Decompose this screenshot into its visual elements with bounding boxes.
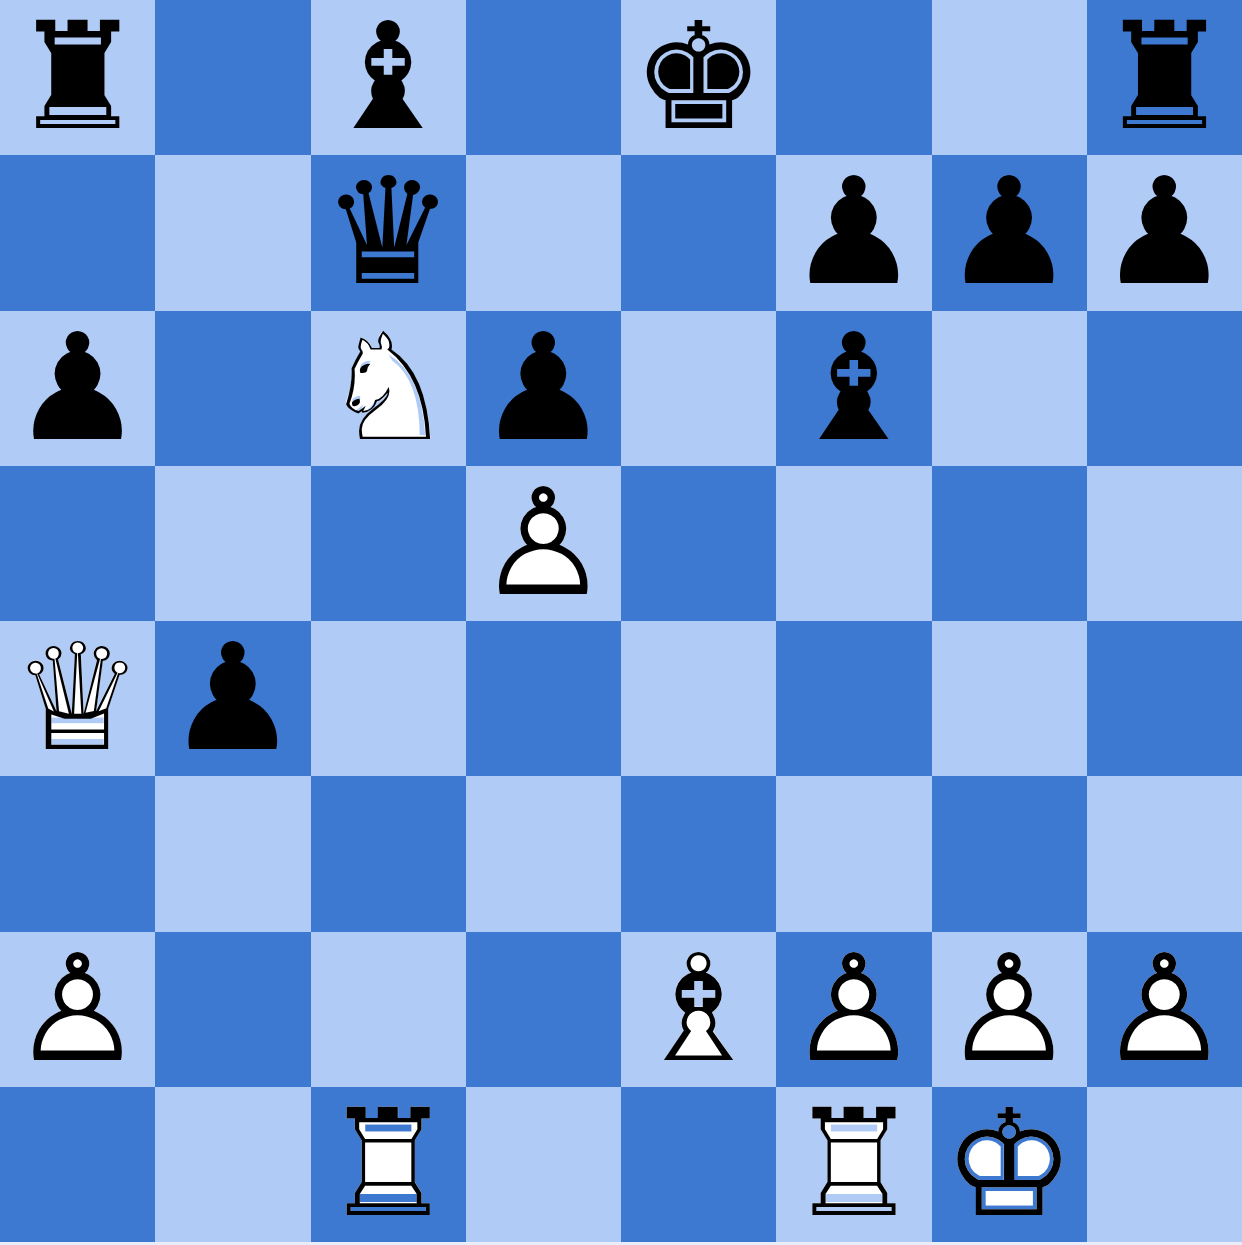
square-b2[interactable] [155,932,310,1087]
piece-glyph-outline: ♖ [776,1087,931,1242]
square-a5[interactable] [0,466,155,621]
square-c5[interactable] [311,466,466,621]
black-king[interactable]: ♚ [621,0,776,155]
white-pawn[interactable]: ♟♙ [1087,932,1242,1087]
piece-glyph-outline: ♘ [311,311,466,466]
square-b4[interactable]: ♟ [155,621,310,776]
black-pawn[interactable]: ♟ [0,311,155,466]
square-a6[interactable]: ♟ [0,311,155,466]
square-g7[interactable]: ♟ [932,155,1087,310]
piece-glyph-outline: ♙ [1087,932,1242,1087]
square-c6[interactable]: ♞♘ [311,311,466,466]
piece-glyph-outline: ♙ [466,466,621,621]
square-b5[interactable] [155,466,310,621]
square-h7[interactable]: ♟ [1087,155,1242,310]
square-d2[interactable] [466,932,621,1087]
square-g3[interactable] [932,776,1087,931]
piece-glyph-outline: ♗ [621,932,776,1087]
square-g8[interactable] [932,0,1087,155]
square-a2[interactable]: ♟♙ [0,932,155,1087]
piece-glyph-outline: ♔ [932,1087,1087,1242]
square-d4[interactable] [466,621,621,776]
square-h1[interactable] [1087,1087,1242,1242]
square-d5[interactable]: ♟♙ [466,466,621,621]
square-g4[interactable] [932,621,1087,776]
chess-board: ♜♝♚♜♛♟♟♟♟♞♘♟♝♟♙♛♕♟♟♙♝♗♟♙♟♙♟♙♜♖♜♖♚♔ [0,0,1242,1242]
piece-glyph-fill: ♟ [0,311,155,466]
square-e3[interactable] [621,776,776,931]
black-bishop[interactable]: ♝ [776,311,931,466]
square-f8[interactable] [776,0,931,155]
black-pawn[interactable]: ♟ [155,621,310,776]
square-h4[interactable] [1087,621,1242,776]
square-f4[interactable] [776,621,931,776]
piece-glyph-fill: ♟ [1087,155,1242,310]
square-e5[interactable] [621,466,776,621]
white-king[interactable]: ♚♔ [932,1087,1087,1242]
square-h3[interactable] [1087,776,1242,931]
square-e8[interactable]: ♚ [621,0,776,155]
square-g2[interactable]: ♟♙ [932,932,1087,1087]
black-queen[interactable]: ♛ [311,155,466,310]
square-c7[interactable]: ♛ [311,155,466,310]
square-e4[interactable] [621,621,776,776]
square-b3[interactable] [155,776,310,931]
black-pawn[interactable]: ♟ [466,311,621,466]
black-pawn[interactable]: ♟ [932,155,1087,310]
piece-glyph-fill: ♜ [0,0,155,155]
square-h5[interactable] [1087,466,1242,621]
square-g1[interactable]: ♚♔ [932,1087,1087,1242]
piece-glyph-outline: ♕ [0,621,155,776]
piece-glyph-fill: ♜ [1087,0,1242,155]
piece-glyph-outline: ♙ [0,932,155,1087]
piece-glyph-outline: ♙ [932,932,1087,1087]
square-c2[interactable] [311,932,466,1087]
square-b7[interactable] [155,155,310,310]
square-f5[interactable] [776,466,931,621]
piece-glyph-fill: ♝ [311,0,466,155]
square-d7[interactable] [466,155,621,310]
piece-glyph-fill: ♚ [621,0,776,155]
square-e7[interactable] [621,155,776,310]
square-d3[interactable] [466,776,621,931]
square-g6[interactable] [932,311,1087,466]
square-a3[interactable] [0,776,155,931]
square-b1[interactable] [155,1087,310,1242]
black-rook[interactable]: ♜ [0,0,155,155]
square-h2[interactable]: ♟♙ [1087,932,1242,1087]
square-d8[interactable] [466,0,621,155]
white-pawn[interactable]: ♟♙ [776,932,931,1087]
piece-glyph-fill: ♟ [155,621,310,776]
piece-glyph-fill: ♟ [466,311,621,466]
square-e2[interactable]: ♝♗ [621,932,776,1087]
white-pawn[interactable]: ♟♙ [932,932,1087,1087]
black-bishop[interactable]: ♝ [311,0,466,155]
square-f2[interactable]: ♟♙ [776,932,931,1087]
white-knight[interactable]: ♞♘ [311,311,466,466]
white-queen[interactable]: ♛♕ [0,621,155,776]
white-pawn[interactable]: ♟♙ [466,466,621,621]
square-a1[interactable] [0,1087,155,1242]
square-b6[interactable] [155,311,310,466]
square-h6[interactable] [1087,311,1242,466]
piece-glyph-fill: ♛ [311,155,466,310]
square-h8[interactable]: ♜ [1087,0,1242,155]
black-pawn[interactable]: ♟ [1087,155,1242,310]
piece-glyph-fill: ♝ [776,311,931,466]
square-c3[interactable] [311,776,466,931]
piece-glyph-outline: ♙ [776,932,931,1087]
square-f7[interactable]: ♟ [776,155,931,310]
white-rook[interactable]: ♜♖ [776,1087,931,1242]
white-bishop[interactable]: ♝♗ [621,932,776,1087]
square-e6[interactable] [621,311,776,466]
square-c4[interactable] [311,621,466,776]
white-pawn[interactable]: ♟♙ [0,932,155,1087]
black-rook[interactable]: ♜ [1087,0,1242,155]
square-d6[interactable]: ♟ [466,311,621,466]
piece-glyph-fill: ♟ [932,155,1087,310]
square-b8[interactable] [155,0,310,155]
square-a8[interactable]: ♜ [0,0,155,155]
black-pawn[interactable]: ♟ [776,155,931,310]
square-a4[interactable]: ♛♕ [0,621,155,776]
square-f3[interactable] [776,776,931,931]
square-f6[interactable]: ♝ [776,311,931,466]
square-e1[interactable] [621,1087,776,1242]
white-rook[interactable]: ♜♖ [311,1087,466,1242]
square-g5[interactable] [932,466,1087,621]
piece-glyph-fill: ♟ [776,155,931,310]
piece-glyph-outline: ♖ [311,1087,466,1242]
square-d1[interactable] [466,1087,621,1242]
square-a7[interactable] [0,155,155,310]
square-c1[interactable]: ♜♖ [311,1087,466,1242]
square-c8[interactable]: ♝ [311,0,466,155]
square-f1[interactable]: ♜♖ [776,1087,931,1242]
